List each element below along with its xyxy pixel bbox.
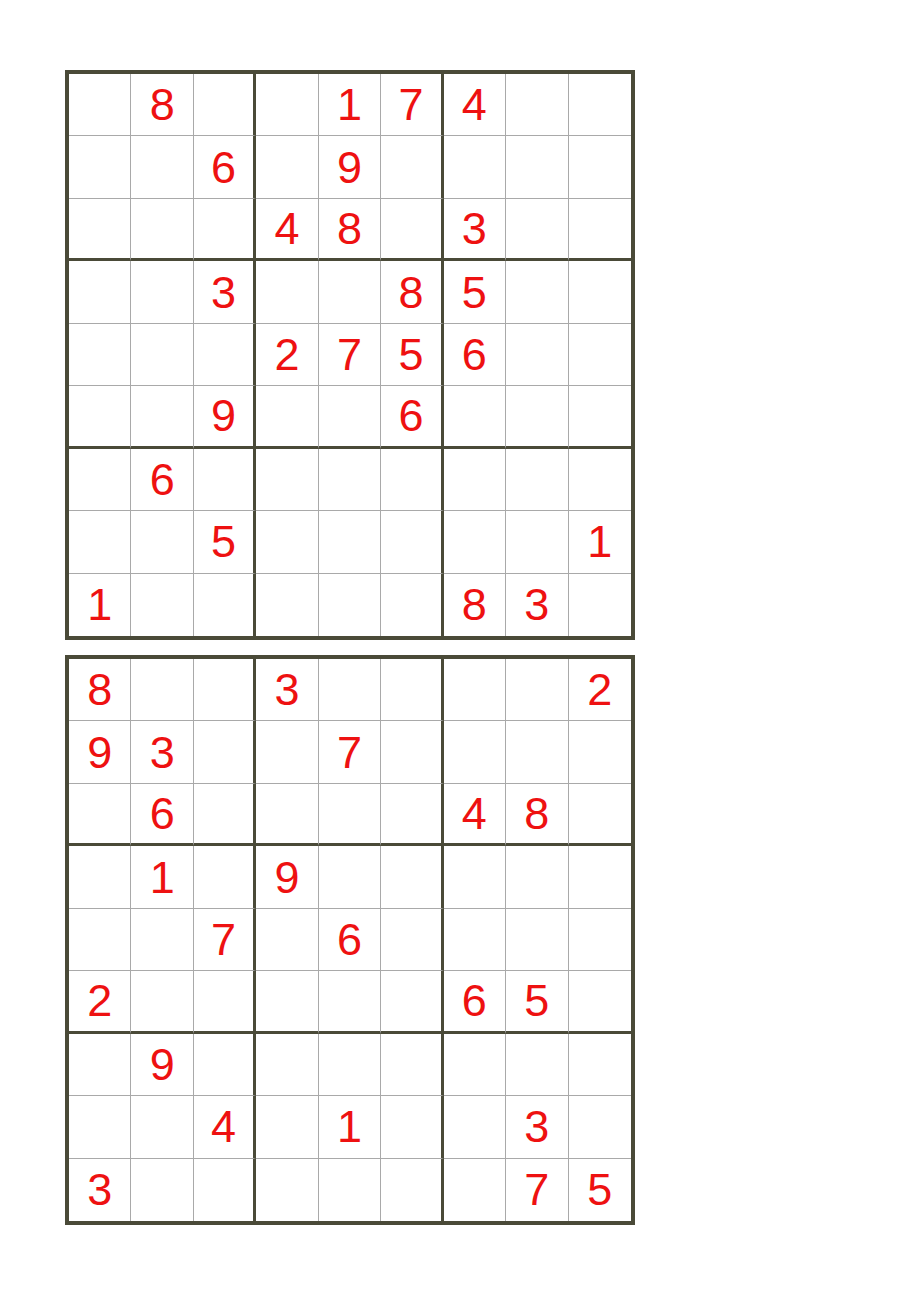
board-1-cell-r8c9: 1 — [569, 511, 631, 573]
board-1-cell-r8c6 — [381, 511, 443, 573]
board-1-cell-r3c7: 3 — [444, 199, 506, 261]
board-1-cell-r8c5 — [319, 511, 381, 573]
given-digit: 1 — [87, 582, 112, 627]
board-1-cell-r6c8 — [506, 386, 568, 448]
board-1-cell-r9c9 — [569, 574, 631, 636]
given-digit: 6 — [150, 791, 175, 836]
board-2-cell-r8c6 — [381, 1096, 443, 1158]
board-2-cell-r6c2 — [131, 971, 193, 1033]
board-2-cell-r8c2 — [131, 1096, 193, 1158]
given-digit: 1 — [587, 519, 612, 564]
board-2-cell-r9c1: 3 — [69, 1159, 131, 1221]
board-2-cell-r9c6 — [381, 1159, 443, 1221]
board-1-cell-r6c2 — [131, 386, 193, 448]
board-2-cell-r5c1 — [69, 909, 131, 971]
board-2-cell-r2c4 — [256, 721, 318, 783]
board-1-cell-r4c7: 5 — [444, 261, 506, 323]
board-2-cell-r1c8 — [506, 659, 568, 721]
given-digit: 9 — [337, 145, 362, 190]
given-digit: 8 — [524, 791, 549, 836]
board-1-cell-r1c5: 1 — [319, 74, 381, 136]
given-digit: 9 — [150, 1042, 175, 1087]
board-2-cell-r9c7 — [444, 1159, 506, 1221]
given-digit: 4 — [462, 82, 487, 127]
board-2-cell-r2c1: 9 — [69, 721, 131, 783]
board-1-cell-r4c8 — [506, 261, 568, 323]
board-2-cell-r1c6 — [381, 659, 443, 721]
board-2-cell-r7c7 — [444, 1034, 506, 1096]
board-2-cell-r1c2 — [131, 659, 193, 721]
board-2-cell-r5c7 — [444, 909, 506, 971]
board-2-cell-r2c7 — [444, 721, 506, 783]
board-1-cell-r1c4 — [256, 74, 318, 136]
board-2-cell-r2c5: 7 — [319, 721, 381, 783]
board-2-cell-r5c3: 7 — [194, 909, 256, 971]
board-1-cell-r1c1 — [69, 74, 131, 136]
board-1-cell-r5c7: 6 — [444, 324, 506, 386]
board-1-cell-r5c5: 7 — [319, 324, 381, 386]
board-2-cell-r3c4 — [256, 784, 318, 846]
board-2-cell-r7c8 — [506, 1034, 568, 1096]
board-2-cell-r6c7: 6 — [444, 971, 506, 1033]
board-1-cell-r9c6 — [381, 574, 443, 636]
board-1-cell-r8c4 — [256, 511, 318, 573]
given-digit: 9 — [87, 730, 112, 775]
board-1-cell-r7c2: 6 — [131, 449, 193, 511]
board-1-cell-r3c3 — [194, 199, 256, 261]
board-1-cell-r7c5 — [319, 449, 381, 511]
given-digit: 5 — [398, 332, 423, 377]
board-2-cell-r7c4 — [256, 1034, 318, 1096]
board-2-cell-r7c6 — [381, 1034, 443, 1096]
given-digit: 8 — [87, 667, 112, 712]
board-2-cell-r9c8: 7 — [506, 1159, 568, 1221]
given-digit: 6 — [150, 457, 175, 502]
board-1-cell-r1c9 — [569, 74, 631, 136]
board-1-cell-r6c5 — [319, 386, 381, 448]
board-2-cell-r5c9 — [569, 909, 631, 971]
board-2-cell-r5c5: 6 — [319, 909, 381, 971]
given-digit: 9 — [211, 393, 236, 438]
board-1-cell-r9c5 — [319, 574, 381, 636]
given-digit: 8 — [398, 270, 423, 315]
board-1-cell-r2c1 — [69, 136, 131, 198]
board-1-cell-r5c3 — [194, 324, 256, 386]
board-1-cell-r7c1 — [69, 449, 131, 511]
board-2-cell-r3c8: 8 — [506, 784, 568, 846]
given-digit: 7 — [337, 730, 362, 775]
given-digit: 3 — [87, 1167, 112, 1212]
board-1-cell-r1c7: 4 — [444, 74, 506, 136]
board-2-cell-r4c8 — [506, 846, 568, 908]
board-2-cell-r4c4: 9 — [256, 846, 318, 908]
given-digit: 6 — [462, 978, 487, 1023]
board-1-cell-r4c5 — [319, 261, 381, 323]
given-digit: 4 — [275, 206, 300, 251]
board-2-cell-r9c2 — [131, 1159, 193, 1221]
board-2-cell-r2c2: 3 — [131, 721, 193, 783]
board-1-cell-r3c2 — [131, 199, 193, 261]
board-2-cell-r8c8: 3 — [506, 1096, 568, 1158]
board-1-cell-r8c7 — [444, 511, 506, 573]
board-1-cell-r1c3 — [194, 74, 256, 136]
given-digit: 8 — [462, 582, 487, 627]
sudoku-board-2: 83293764819762659413375 — [65, 655, 635, 1225]
board-1-cell-r6c1 — [69, 386, 131, 448]
given-digit: 3 — [150, 730, 175, 775]
board-1-cell-r6c3: 9 — [194, 386, 256, 448]
board-2-cell-r6c8: 5 — [506, 971, 568, 1033]
board-1-cell-r3c6 — [381, 199, 443, 261]
board-2-cell-r5c4 — [256, 909, 318, 971]
board-1-cell-r4c4 — [256, 261, 318, 323]
board-2-cell-r6c9 — [569, 971, 631, 1033]
board-1-cell-r6c6: 6 — [381, 386, 443, 448]
given-digit: 3 — [524, 1104, 549, 1149]
board-1-cell-r8c8 — [506, 511, 568, 573]
board-1-cell-r1c2: 8 — [131, 74, 193, 136]
board-2-cell-r4c7 — [444, 846, 506, 908]
board-1-cell-r9c8: 3 — [506, 574, 568, 636]
given-digit: 3 — [524, 582, 549, 627]
board-2-cell-r5c8 — [506, 909, 568, 971]
given-digit: 6 — [337, 917, 362, 962]
board-1-cell-r5c1 — [69, 324, 131, 386]
given-digit: 3 — [211, 270, 236, 315]
given-digit: 3 — [275, 667, 300, 712]
board-2-cell-r1c9: 2 — [569, 659, 631, 721]
board-2-cell-r7c5 — [319, 1034, 381, 1096]
board-1-cell-r7c7 — [444, 449, 506, 511]
board-2-cell-r3c5 — [319, 784, 381, 846]
board-2-cell-r4c1 — [69, 846, 131, 908]
board-2-cell-r9c3 — [194, 1159, 256, 1221]
board-2-cell-r4c5 — [319, 846, 381, 908]
board-1-cell-r9c3 — [194, 574, 256, 636]
board-1-cell-r2c6 — [381, 136, 443, 198]
given-digit: 8 — [150, 82, 175, 127]
given-digit: 2 — [587, 667, 612, 712]
given-digit: 7 — [524, 1167, 549, 1212]
board-1-cell-r9c7: 8 — [444, 574, 506, 636]
board-1-cell-r2c8 — [506, 136, 568, 198]
given-digit: 1 — [337, 82, 362, 127]
given-digit: 4 — [211, 1104, 236, 1149]
given-digit: 6 — [398, 393, 423, 438]
sudoku-board-1: 817469483385275696651183 — [65, 70, 635, 640]
board-2-cell-r3c3 — [194, 784, 256, 846]
given-digit: 1 — [150, 855, 175, 900]
board-1-cell-r4c3: 3 — [194, 261, 256, 323]
board-2-cell-r7c2: 9 — [131, 1034, 193, 1096]
board-1-cell-r2c7 — [444, 136, 506, 198]
given-digit: 5 — [524, 978, 549, 1023]
board-2-cell-r4c9 — [569, 846, 631, 908]
board-1-cell-r4c6: 8 — [381, 261, 443, 323]
board-2-cell-r8c3: 4 — [194, 1096, 256, 1158]
given-digit: 9 — [275, 855, 300, 900]
given-digit: 7 — [337, 332, 362, 377]
board-1-cell-r4c1 — [69, 261, 131, 323]
board-2-cell-r5c2 — [131, 909, 193, 971]
board-2-cell-r1c4: 3 — [256, 659, 318, 721]
board-1-cell-r3c9 — [569, 199, 631, 261]
board-2-cell-r1c7 — [444, 659, 506, 721]
given-digit: 2 — [275, 332, 300, 377]
board-1-cell-r7c4 — [256, 449, 318, 511]
board-2-cell-r1c1: 8 — [69, 659, 131, 721]
board-2-cell-r9c9: 5 — [569, 1159, 631, 1221]
board-1-cell-r7c3 — [194, 449, 256, 511]
board-1-cell-r3c1 — [69, 199, 131, 261]
given-digit: 7 — [398, 82, 423, 127]
given-digit: 7 — [211, 917, 236, 962]
board-2-cell-r8c1 — [69, 1096, 131, 1158]
board-1-cell-r6c4 — [256, 386, 318, 448]
board-2-cell-r2c3 — [194, 721, 256, 783]
board-1-cell-r7c8 — [506, 449, 568, 511]
board-1-cell-r2c3: 6 — [194, 136, 256, 198]
board-1-cell-r5c8 — [506, 324, 568, 386]
board-2-cell-r4c6 — [381, 846, 443, 908]
board-1-cell-r5c6: 5 — [381, 324, 443, 386]
given-digit: 4 — [462, 791, 487, 836]
given-digit: 2 — [87, 978, 112, 1023]
given-digit: 5 — [587, 1167, 612, 1212]
board-1-cell-r8c3: 5 — [194, 511, 256, 573]
board-1-cell-r3c4: 4 — [256, 199, 318, 261]
given-digit: 8 — [337, 206, 362, 251]
given-digit: 5 — [462, 270, 487, 315]
board-2-cell-r8c4 — [256, 1096, 318, 1158]
board-2-cell-r3c7: 4 — [444, 784, 506, 846]
board-2-cell-r8c9 — [569, 1096, 631, 1158]
board-1-cell-r4c2 — [131, 261, 193, 323]
board-1-cell-r1c8 — [506, 74, 568, 136]
board-2-cell-r1c3 — [194, 659, 256, 721]
board-1-cell-r2c4 — [256, 136, 318, 198]
board-2-cell-r1c5 — [319, 659, 381, 721]
board-1-cell-r5c4: 2 — [256, 324, 318, 386]
board-1-cell-r2c2 — [131, 136, 193, 198]
board-1-cell-r6c9 — [569, 386, 631, 448]
board-2-cell-r7c3 — [194, 1034, 256, 1096]
board-2-cell-r6c4 — [256, 971, 318, 1033]
board-2-cell-r8c7 — [444, 1096, 506, 1158]
board-2-cell-r2c8 — [506, 721, 568, 783]
board-1-cell-r5c9 — [569, 324, 631, 386]
given-digit: 6 — [211, 145, 236, 190]
board-2-cell-r3c6 — [381, 784, 443, 846]
board-2-cell-r4c3 — [194, 846, 256, 908]
board-2-cell-r9c4 — [256, 1159, 318, 1221]
board-1-cell-r9c2 — [131, 574, 193, 636]
sudoku-sheet: 817469483385275696651183 832937648197626… — [65, 70, 635, 1225]
board-1-cell-r3c8 — [506, 199, 568, 261]
board-1-cell-r6c7 — [444, 386, 506, 448]
board-2-cell-r3c2: 6 — [131, 784, 193, 846]
board-1-cell-r8c2 — [131, 511, 193, 573]
board-1-cell-r9c4 — [256, 574, 318, 636]
board-1-cell-r4c9 — [569, 261, 631, 323]
board-1-cell-r7c9 — [569, 449, 631, 511]
board-2-cell-r5c6 — [381, 909, 443, 971]
board-2-cell-r6c5 — [319, 971, 381, 1033]
board-2-cell-r3c1 — [69, 784, 131, 846]
board-1-cell-r8c1 — [69, 511, 131, 573]
board-2-cell-r6c6 — [381, 971, 443, 1033]
board-2-cell-r7c1 — [69, 1034, 131, 1096]
given-digit: 1 — [337, 1104, 362, 1149]
board-1-cell-r7c6 — [381, 449, 443, 511]
board-1-cell-r5c2 — [131, 324, 193, 386]
board-1-cell-r9c1: 1 — [69, 574, 131, 636]
board-2-cell-r3c9 — [569, 784, 631, 846]
board-1-cell-r1c6: 7 — [381, 74, 443, 136]
board-2-cell-r2c9 — [569, 721, 631, 783]
given-digit: 3 — [462, 206, 487, 251]
board-2-cell-r7c9 — [569, 1034, 631, 1096]
board-2-cell-r6c1: 2 — [69, 971, 131, 1033]
board-1-cell-r3c5: 8 — [319, 199, 381, 261]
board-2-cell-r2c6 — [381, 721, 443, 783]
board-1-cell-r2c5: 9 — [319, 136, 381, 198]
board-2-cell-r6c3 — [194, 971, 256, 1033]
board-2-cell-r9c5 — [319, 1159, 381, 1221]
board-2-cell-r4c2: 1 — [131, 846, 193, 908]
board-2-cell-r8c5: 1 — [319, 1096, 381, 1158]
board-1-cell-r2c9 — [569, 136, 631, 198]
given-digit: 6 — [462, 332, 487, 377]
given-digit: 5 — [211, 519, 236, 564]
